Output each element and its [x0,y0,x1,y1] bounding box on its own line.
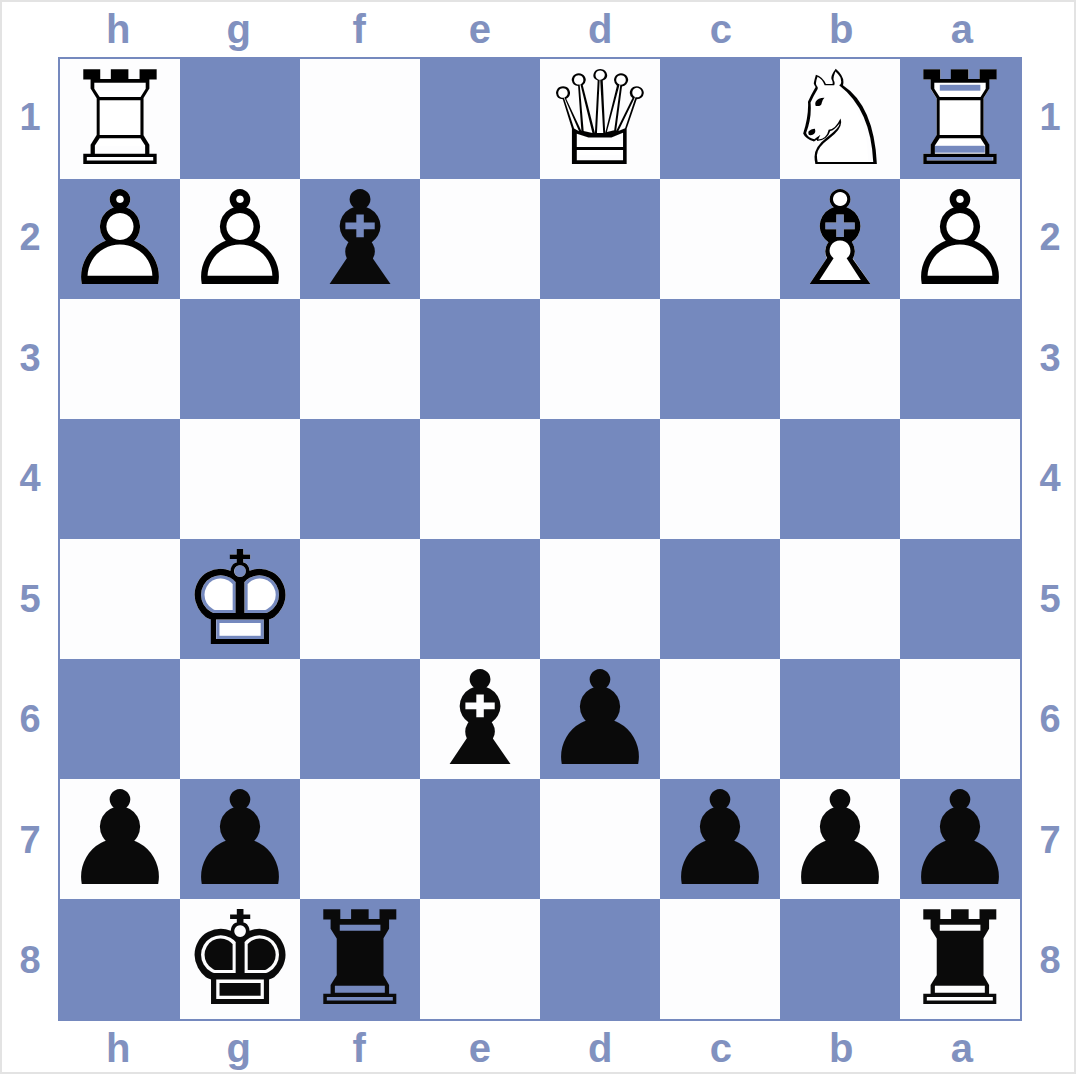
square-f5[interactable] [300,539,420,659]
square-g8[interactable]: ♚ [180,899,300,1019]
square-c5[interactable] [660,539,780,659]
white-pawn: ♙ [180,179,300,299]
white-knight: ♘ [780,59,900,179]
white-pawn-fill: ♟ [180,179,300,299]
black-bishop: ♝ [420,659,540,779]
black-bishop: ♝ [300,179,420,299]
rank-label-3: 3 [2,298,58,419]
square-b2[interactable]: ♝♗ [780,179,900,299]
square-d8[interactable] [540,899,660,1019]
white-pawn-fill: ♟ [60,179,180,299]
square-b5[interactable] [780,539,900,659]
white-queen: ♕ [540,59,660,179]
square-a4[interactable] [900,419,1020,539]
square-g4[interactable] [180,419,300,539]
black-pawn: ♟ [660,779,780,899]
square-c2[interactable] [660,179,780,299]
square-g6[interactable] [180,659,300,779]
rank-label-5: 5 [1022,539,1076,660]
square-f6[interactable] [300,659,420,779]
square-d3[interactable] [540,299,660,419]
square-f1[interactable] [300,59,420,179]
square-h2[interactable]: ♟♙ [60,179,180,299]
file-label-b: b [781,1021,902,1074]
rank-label-7: 7 [1022,780,1076,901]
square-g2[interactable]: ♟♙ [180,179,300,299]
file-label-f: f [299,1021,420,1074]
square-e7[interactable] [420,779,540,899]
white-rook-fill: ♜ [900,59,1020,179]
rank-label-3: 3 [1022,298,1076,419]
square-g7[interactable]: ♟ [180,779,300,899]
file-label-f: f [299,2,420,57]
square-b4[interactable] [780,419,900,539]
square-e3[interactable] [420,299,540,419]
square-d6[interactable]: ♟ [540,659,660,779]
white-rook-fill: ♜ [60,59,180,179]
square-c3[interactable] [660,299,780,419]
file-label-g: g [179,2,300,57]
square-d4[interactable] [540,419,660,539]
rank-labels-left: 12345678 [2,57,58,1021]
white-bishop: ♗ [780,179,900,299]
square-d1[interactable]: ♛♕ [540,59,660,179]
file-label-a: a [902,2,1023,57]
square-e5[interactable] [420,539,540,659]
square-a1[interactable]: ♜♖ [900,59,1020,179]
rank-label-7: 7 [2,780,58,901]
file-label-a: a [902,1021,1023,1074]
file-label-c: c [661,2,782,57]
square-e2[interactable] [420,179,540,299]
square-g1[interactable] [180,59,300,179]
square-a8[interactable]: ♜ [900,899,1020,1019]
square-a5[interactable] [900,539,1020,659]
file-label-d: d [540,2,661,57]
white-pawn: ♙ [60,179,180,299]
rank-label-8: 8 [1022,901,1076,1022]
square-g3[interactable] [180,299,300,419]
square-c1[interactable] [660,59,780,179]
white-bishop-fill: ♝ [780,179,900,299]
chess-board: ♜♖♛♕♞♘♜♖♟♙♟♙♝♝♗♟♙♚♔♝♟♟♟♟♟♟♚♜♜ [58,57,1022,1021]
square-e8[interactable] [420,899,540,1019]
square-h8[interactable] [60,899,180,1019]
file-label-h: h [58,2,179,57]
white-rook: ♖ [900,59,1020,179]
square-b7[interactable]: ♟ [780,779,900,899]
white-knight-fill: ♞ [780,59,900,179]
rank-label-8: 8 [2,901,58,1022]
square-a6[interactable] [900,659,1020,779]
white-pawn: ♙ [900,179,1020,299]
white-rook: ♖ [60,59,180,179]
square-f2[interactable]: ♝ [300,179,420,299]
white-pawn-fill: ♟ [900,179,1020,299]
rank-label-6: 6 [1022,660,1076,781]
square-g5[interactable]: ♚♔ [180,539,300,659]
black-pawn: ♟ [60,779,180,899]
file-label-e: e [420,2,541,57]
black-king: ♚ [180,899,300,1019]
rank-label-1: 1 [1022,57,1076,178]
square-c4[interactable] [660,419,780,539]
file-label-h: h [58,1021,179,1074]
rank-label-6: 6 [2,660,58,781]
black-pawn: ♟ [900,779,1020,899]
rank-label-1: 1 [2,57,58,178]
rank-label-2: 2 [2,178,58,299]
black-rook: ♜ [300,899,420,1019]
rank-label-4: 4 [1022,419,1076,540]
file-label-g: g [179,1021,300,1074]
chess-diagram: hgfedcba 12345678 ♜♖♛♕♞♘♜♖♟♙♟♙♝♝♗♟♙♚♔♝♟♟… [0,0,1076,1074]
square-e1[interactable] [420,59,540,179]
square-b1[interactable]: ♞♘ [780,59,900,179]
white-king: ♔ [180,539,300,659]
square-h5[interactable] [60,539,180,659]
square-c8[interactable] [660,899,780,1019]
white-queen-fill: ♛ [540,59,660,179]
black-rook: ♜ [900,899,1020,1019]
white-king-fill: ♚ [180,539,300,659]
square-d5[interactable] [540,539,660,659]
file-label-c: c [661,1021,782,1074]
square-f7[interactable] [300,779,420,899]
square-e4[interactable] [420,419,540,539]
square-b8[interactable] [780,899,900,1019]
square-e6[interactable]: ♝ [420,659,540,779]
rank-label-4: 4 [2,419,58,540]
file-labels-top: hgfedcba [58,2,1022,57]
rank-label-5: 5 [2,539,58,660]
square-h6[interactable] [60,659,180,779]
square-h4[interactable] [60,419,180,539]
square-f3[interactable] [300,299,420,419]
black-pawn: ♟ [540,659,660,779]
square-h3[interactable] [60,299,180,419]
square-b6[interactable] [780,659,900,779]
square-f4[interactable] [300,419,420,539]
square-h1[interactable]: ♜♖ [60,59,180,179]
file-label-d: d [540,1021,661,1074]
black-pawn: ♟ [180,779,300,899]
square-c6[interactable] [660,659,780,779]
square-c7[interactable]: ♟ [660,779,780,899]
file-labels-bottom: hgfedcba [58,1021,1022,1074]
black-pawn: ♟ [780,779,900,899]
square-a7[interactable]: ♟ [900,779,1020,899]
square-h7[interactable]: ♟ [60,779,180,899]
file-label-b: b [781,2,902,57]
square-a2[interactable]: ♟♙ [900,179,1020,299]
square-b3[interactable] [780,299,900,419]
rank-labels-right: 12345678 [1022,57,1076,1021]
square-a3[interactable] [900,299,1020,419]
square-f8[interactable]: ♜ [300,899,420,1019]
square-d2[interactable] [540,179,660,299]
rank-label-2: 2 [1022,178,1076,299]
file-label-e: e [420,1021,541,1074]
square-d7[interactable] [540,779,660,899]
